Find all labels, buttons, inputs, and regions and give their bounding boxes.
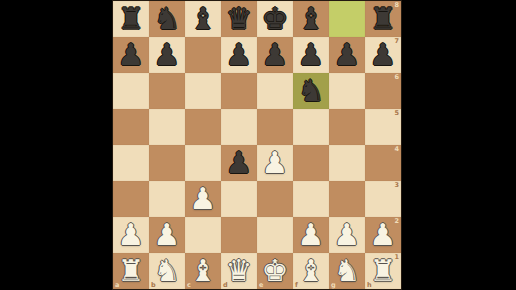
piece-black-bishop[interactable]: ♝ <box>185 1 221 37</box>
square-e2[interactable] <box>257 217 293 253</box>
square-a6[interactable] <box>113 73 149 109</box>
square-f6[interactable]: ♞ <box>293 73 329 109</box>
piece-black-pawn[interactable]: ♟ <box>221 145 257 181</box>
coord-rank-7: 7 <box>394 38 399 45</box>
piece-black-rook[interactable]: ♜ <box>113 1 149 37</box>
square-f4[interactable] <box>293 145 329 181</box>
square-f2[interactable]: ♟ <box>293 217 329 253</box>
square-a1[interactable]: ♜a <box>113 253 149 289</box>
square-d4[interactable]: ♟ <box>221 145 257 181</box>
square-e6[interactable] <box>257 73 293 109</box>
piece-black-knight[interactable]: ♞ <box>293 73 329 109</box>
square-b5[interactable] <box>149 109 185 145</box>
coord-file-f: f <box>295 282 298 289</box>
piece-black-pawn[interactable]: ♟ <box>329 37 365 73</box>
letterbox-right <box>401 0 516 290</box>
square-h3[interactable]: 3 <box>365 181 401 217</box>
square-d2[interactable] <box>221 217 257 253</box>
coord-file-e: e <box>259 282 263 289</box>
video-frame: ♜♞♝♛♚♝♜8♟♟♟♟♟♟♟7♞65♟♟4♟3♟♟♟♟♟2♜a♞b♝c♛d♚e… <box>0 0 516 290</box>
coord-rank-6: 6 <box>394 74 399 81</box>
coord-rank-5: 5 <box>394 110 399 117</box>
piece-black-pawn[interactable]: ♟ <box>293 37 329 73</box>
square-a3[interactable] <box>113 181 149 217</box>
square-g2[interactable]: ♟ <box>329 217 365 253</box>
piece-black-knight[interactable]: ♞ <box>149 1 185 37</box>
square-b8[interactable]: ♞ <box>149 1 185 37</box>
coord-file-b: b <box>151 282 156 289</box>
square-e1[interactable]: ♚e <box>257 253 293 289</box>
coord-rank-8: 8 <box>394 2 399 9</box>
piece-white-pawn[interactable]: ♟ <box>293 217 329 253</box>
square-d7[interactable]: ♟ <box>221 37 257 73</box>
letterbox-left <box>0 0 112 290</box>
square-c1[interactable]: ♝c <box>185 253 221 289</box>
square-g5[interactable] <box>329 109 365 145</box>
square-b7[interactable]: ♟ <box>149 37 185 73</box>
square-h4[interactable]: 4 <box>365 145 401 181</box>
coord-file-a: a <box>115 282 119 289</box>
chess-board: ♜♞♝♛♚♝♜8♟♟♟♟♟♟♟7♞65♟♟4♟3♟♟♟♟♟2♜a♞b♝c♛d♚e… <box>113 1 401 289</box>
piece-white-pawn[interactable]: ♟ <box>149 217 185 253</box>
square-g4[interactable] <box>329 145 365 181</box>
square-d1[interactable]: ♛d <box>221 253 257 289</box>
square-h5[interactable]: 5 <box>365 109 401 145</box>
square-c3[interactable]: ♟ <box>185 181 221 217</box>
piece-white-pawn[interactable]: ♟ <box>113 217 149 253</box>
coord-rank-3: 3 <box>394 182 399 189</box>
square-d5[interactable] <box>221 109 257 145</box>
square-a8[interactable]: ♜ <box>113 1 149 37</box>
square-a4[interactable] <box>113 145 149 181</box>
square-d6[interactable] <box>221 73 257 109</box>
square-d8[interactable]: ♛ <box>221 1 257 37</box>
square-a5[interactable] <box>113 109 149 145</box>
coord-rank-4: 4 <box>394 146 399 153</box>
square-h6[interactable]: 6 <box>365 73 401 109</box>
square-g7[interactable]: ♟ <box>329 37 365 73</box>
square-c7[interactable] <box>185 37 221 73</box>
square-d3[interactable] <box>221 181 257 217</box>
square-f5[interactable] <box>293 109 329 145</box>
square-h1[interactable]: ♜h1 <box>365 253 401 289</box>
square-c4[interactable] <box>185 145 221 181</box>
square-b2[interactable]: ♟ <box>149 217 185 253</box>
square-e7[interactable]: ♟ <box>257 37 293 73</box>
coord-rank-2: 2 <box>394 218 399 225</box>
square-e3[interactable] <box>257 181 293 217</box>
coord-file-g: g <box>331 282 336 289</box>
piece-black-pawn[interactable]: ♟ <box>221 37 257 73</box>
square-c5[interactable] <box>185 109 221 145</box>
piece-black-king[interactable]: ♚ <box>257 1 293 37</box>
coord-rank-1: 1 <box>394 254 399 261</box>
square-g3[interactable] <box>329 181 365 217</box>
piece-white-pawn[interactable]: ♟ <box>257 145 293 181</box>
square-b1[interactable]: ♞b <box>149 253 185 289</box>
coord-file-d: d <box>223 282 228 289</box>
square-c8[interactable]: ♝ <box>185 1 221 37</box>
square-b3[interactable] <box>149 181 185 217</box>
coord-file-h: h <box>367 282 372 289</box>
square-e8[interactable]: ♚ <box>257 1 293 37</box>
square-b6[interactable] <box>149 73 185 109</box>
piece-black-pawn[interactable]: ♟ <box>149 37 185 73</box>
square-f7[interactable]: ♟ <box>293 37 329 73</box>
square-e5[interactable] <box>257 109 293 145</box>
square-f3[interactable] <box>293 181 329 217</box>
piece-white-pawn[interactable]: ♟ <box>329 217 365 253</box>
square-g6[interactable] <box>329 73 365 109</box>
square-e4[interactable]: ♟ <box>257 145 293 181</box>
piece-black-queen[interactable]: ♛ <box>221 1 257 37</box>
square-b4[interactable] <box>149 145 185 181</box>
piece-black-pawn[interactable]: ♟ <box>257 37 293 73</box>
square-c6[interactable] <box>185 73 221 109</box>
square-h8[interactable]: ♜8 <box>365 1 401 37</box>
square-g8[interactable] <box>329 1 365 37</box>
square-h2[interactable]: ♟2 <box>365 217 401 253</box>
square-a2[interactable]: ♟ <box>113 217 149 253</box>
piece-white-bishop[interactable]: ♝ <box>293 253 329 289</box>
square-f1[interactable]: ♝f <box>293 253 329 289</box>
piece-black-bishop[interactable]: ♝ <box>293 1 329 37</box>
piece-black-pawn[interactable]: ♟ <box>113 37 149 73</box>
square-a7[interactable]: ♟ <box>113 37 149 73</box>
coord-file-c: c <box>187 282 191 289</box>
square-c2[interactable] <box>185 217 221 253</box>
square-h7[interactable]: ♟7 <box>365 37 401 73</box>
square-g1[interactable]: ♞g <box>329 253 365 289</box>
square-f8[interactable]: ♝ <box>293 1 329 37</box>
piece-white-pawn[interactable]: ♟ <box>185 181 221 217</box>
